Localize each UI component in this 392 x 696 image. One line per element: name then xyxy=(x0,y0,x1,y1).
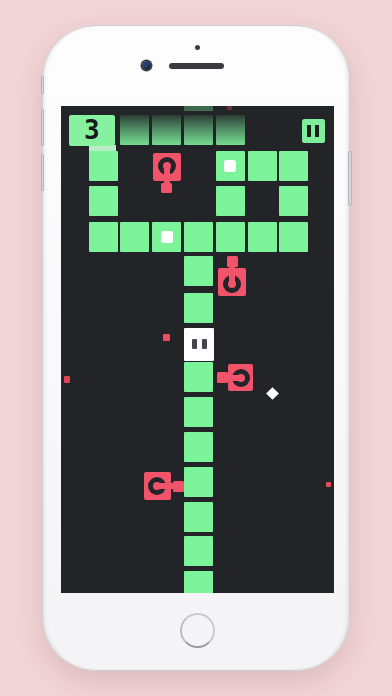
path-block xyxy=(184,502,213,532)
path-block xyxy=(184,222,213,252)
proximity-sensor-dot xyxy=(195,45,200,50)
key-enemy-down xyxy=(153,153,181,181)
path-block xyxy=(184,432,213,462)
path-block xyxy=(184,293,213,323)
volume-down-button[interactable] xyxy=(41,154,45,191)
mute-switch[interactable] xyxy=(41,76,45,94)
power-button[interactable] xyxy=(348,151,352,206)
red-particle xyxy=(163,334,170,341)
spawning-cell-peek xyxy=(184,106,213,111)
diamond-pickup xyxy=(266,387,279,400)
page-background: 3 xyxy=(0,0,392,696)
game-board xyxy=(61,106,334,593)
path-block xyxy=(184,571,213,593)
key-enemy-up xyxy=(218,268,246,296)
key-knob xyxy=(227,256,238,267)
move-counter-badge: 3 xyxy=(69,115,115,146)
path-block xyxy=(216,186,245,216)
white-dot-pickup xyxy=(161,231,173,243)
red-particle xyxy=(64,376,70,383)
spawning-path-block xyxy=(184,115,213,145)
key-enemy-right xyxy=(144,472,171,500)
key-knob xyxy=(217,372,228,383)
key-enemy-left xyxy=(228,364,253,391)
volume-up-button[interactable] xyxy=(41,109,45,146)
path-block xyxy=(248,151,277,181)
path-block xyxy=(184,536,213,566)
iphone-frame: 3 xyxy=(42,25,350,671)
player-block[interactable] xyxy=(184,328,214,361)
front-camera-icon xyxy=(142,61,151,70)
move-counter-value: 3 xyxy=(84,115,100,146)
path-block xyxy=(248,222,277,252)
path-block xyxy=(89,151,118,181)
path-block xyxy=(279,222,308,252)
path-block-with-pickup xyxy=(152,222,181,252)
path-block xyxy=(279,186,308,216)
path-block xyxy=(184,397,213,427)
white-dot-pickup xyxy=(224,160,236,172)
path-block xyxy=(184,467,213,497)
path-block xyxy=(279,151,308,181)
path-block xyxy=(120,222,149,252)
pause-icon xyxy=(307,125,311,137)
path-block xyxy=(89,186,118,216)
spawning-path-block xyxy=(152,115,181,145)
key-knob xyxy=(173,481,184,492)
red-particle xyxy=(227,106,232,110)
pause-button[interactable] xyxy=(302,119,325,143)
player-eye xyxy=(202,339,207,349)
game-screen: 3 xyxy=(61,106,334,593)
red-particle xyxy=(326,482,331,488)
key-knob xyxy=(161,183,172,193)
path-block-with-pickup xyxy=(216,151,245,181)
path-block xyxy=(184,256,213,286)
spawning-path-block xyxy=(120,115,149,145)
path-block xyxy=(216,222,245,252)
player-eye xyxy=(192,339,197,349)
path-block xyxy=(89,222,118,252)
pause-icon xyxy=(315,125,319,137)
earpiece-speaker xyxy=(169,63,224,69)
path-block xyxy=(184,362,213,392)
home-button[interactable] xyxy=(180,613,215,648)
spawning-path-block xyxy=(216,115,245,145)
